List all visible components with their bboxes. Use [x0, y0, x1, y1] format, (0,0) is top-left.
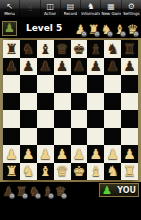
black-pawn: ♟ [39, 59, 52, 73]
square-a3[interactable] [3, 128, 20, 146]
toolbar-button-hand[interactable]: ☝ [20, 0, 40, 17]
white-bishop: ♝ [39, 164, 52, 178]
black-knight: ♞ [22, 42, 35, 56]
black-pawn: ♟ [106, 59, 119, 73]
square-g5[interactable] [104, 93, 121, 111]
square-a2[interactable]: ♟ [3, 145, 20, 163]
white-rook: ♜ [123, 164, 136, 178]
square-f1[interactable]: ♝ [87, 163, 104, 181]
toolbar-label-settings: Settings [123, 11, 139, 16]
white-queen: ♛ [56, 164, 69, 178]
captured-white-knight: ♞0 [100, 20, 113, 37]
white-pawn: ♟ [123, 147, 136, 161]
captured-white-pawn: ♟0 [74, 20, 87, 37]
square-a1[interactable]: ♜ [3, 163, 20, 181]
square-d4[interactable] [54, 110, 71, 128]
toolbar-label-new-game: New Game [101, 11, 120, 16]
toolbar-button-settings[interactable]: ⚙Settings [122, 0, 141, 17]
chess-app-screen: ↖Menu☝◫Action▤Record♞Information▦New Gam… [0, 0, 141, 220]
white-rook: ♜ [5, 164, 18, 178]
toolbar-label-information: Information [81, 11, 100, 16]
captured-black-bishop: ♝0 [41, 182, 54, 199]
square-b3[interactable] [20, 128, 37, 146]
square-c2[interactable]: ♟ [37, 145, 54, 163]
black-pawn: ♟ [5, 59, 18, 73]
split-window-icon: ◫ [46, 2, 54, 11]
black-pawn: ♟ [90, 59, 103, 73]
captured-black-tray: ♟0♜0♞0♝0♛0 [2, 182, 67, 199]
square-f6[interactable] [87, 75, 104, 93]
toolbar-button-menu[interactable]: ↖Menu [0, 0, 20, 17]
black-rook: ♜ [5, 42, 18, 56]
toolbar-button-record[interactable]: ▤Record [61, 0, 81, 17]
square-c5[interactable] [37, 93, 54, 111]
player-pawn-avatar-icon: ♟ [102, 185, 112, 196]
board-grid-icon: ▦ [107, 2, 115, 11]
square-f7[interactable]: ♟ [87, 58, 104, 76]
knight-icon: ♞ [87, 2, 94, 11]
captured-black-queen: ♛0 [54, 182, 67, 199]
square-f8[interactable]: ♝ [87, 40, 104, 58]
gear-icon: ⚙ [128, 2, 135, 11]
square-g8[interactable]: ♞ [104, 40, 121, 58]
square-b1[interactable]: ♞ [20, 163, 37, 181]
white-pawn: ♟ [56, 147, 69, 161]
square-d3[interactable] [54, 128, 71, 146]
square-a6[interactable] [3, 75, 20, 93]
square-a4[interactable] [3, 110, 20, 128]
black-king: ♚ [73, 42, 86, 56]
square-h7[interactable]: ♟ [121, 58, 138, 76]
level-label: Level 5 [26, 23, 62, 33]
square-a5[interactable] [3, 93, 20, 111]
black-rook: ♜ [123, 42, 136, 56]
white-king: ♚ [73, 164, 86, 178]
square-e7[interactable]: ♟ [71, 58, 88, 76]
square-f2[interactable]: ♟ [87, 145, 104, 163]
chess-board: ♜♞♝♛♚♝♞♜♟♟♟♟♟♟♟♟♟♟♟♟♟♟♟♟♜♞♝♛♚♝♞♜ [3, 40, 138, 180]
square-a8[interactable]: ♜ [3, 40, 20, 58]
player-name-label: YOU [117, 186, 136, 195]
captured-white-queen: ♛0 [126, 20, 139, 37]
square-b5[interactable] [20, 93, 37, 111]
square-h1[interactable]: ♜ [121, 163, 138, 181]
opponent-pawn-avatar-icon: ♟ [4, 22, 15, 34]
captured-black-knight: ♞0 [28, 182, 41, 199]
square-c8[interactable]: ♝ [37, 40, 54, 58]
square-c6[interactable] [37, 75, 54, 93]
square-e6[interactable] [71, 75, 88, 93]
white-pawn: ♟ [73, 147, 86, 161]
captured-white-bishop: ♝0 [113, 20, 126, 37]
square-e2[interactable]: ♟ [71, 145, 88, 163]
square-e8[interactable]: ♚ [71, 40, 88, 58]
toolbar-button-action[interactable]: ◫Action [41, 0, 61, 17]
black-pawn: ♟ [22, 59, 35, 73]
opponent-bar: ♟ Level 5 ♟0♜0♞0♝0♛0 [0, 18, 141, 38]
bottom-filler [0, 198, 141, 220]
square-h6[interactable] [121, 75, 138, 93]
white-pawn: ♟ [106, 147, 119, 161]
square-d1[interactable]: ♛ [54, 163, 71, 181]
square-g7[interactable]: ♟ [104, 58, 121, 76]
square-d6[interactable] [54, 75, 71, 93]
captured-white-tray: ♟0♜0♞0♝0♛0 [74, 20, 139, 37]
square-h4[interactable] [121, 110, 138, 128]
toolbar-label-record: Record [64, 11, 78, 16]
toolbar-label-menu: Menu [4, 11, 15, 16]
opponent-avatar: ♟ [2, 21, 17, 36]
square-e3[interactable] [71, 128, 88, 146]
captured-white-rook: ♜0 [87, 20, 100, 37]
white-knight: ♞ [22, 164, 35, 178]
square-h5[interactable] [121, 93, 138, 111]
square-h2[interactable]: ♟ [121, 145, 138, 163]
hand-icon: ☝ [27, 4, 32, 13]
square-c4[interactable] [37, 110, 54, 128]
square-f5[interactable] [87, 93, 104, 111]
square-h8[interactable]: ♜ [121, 40, 138, 58]
white-pawn: ♟ [90, 147, 103, 161]
square-e5[interactable] [71, 93, 88, 111]
square-f3[interactable] [87, 128, 104, 146]
black-pawn: ♟ [56, 59, 69, 73]
square-f4[interactable] [87, 110, 104, 128]
square-b4[interactable] [20, 110, 37, 128]
black-pawn: ♟ [123, 59, 136, 73]
square-c3[interactable] [37, 128, 54, 146]
square-e4[interactable] [71, 110, 88, 128]
white-pawn: ♟ [22, 147, 35, 161]
square-b8[interactable]: ♞ [20, 40, 37, 58]
board-frame: ♜♞♝♛♚♝♞♜♟♟♟♟♟♟♟♟♟♟♟♟♟♟♟♟♜♞♝♛♚♝♞♜ [0, 38, 141, 182]
square-c1[interactable]: ♝ [37, 163, 54, 181]
black-pawn: ♟ [73, 59, 86, 73]
square-g6[interactable] [104, 75, 121, 93]
square-d8[interactable]: ♛ [54, 40, 71, 58]
black-bishop: ♝ [39, 42, 52, 56]
square-d7[interactable]: ♟ [54, 58, 71, 76]
capture-count-badge: 0 [61, 193, 67, 199]
capture-count-badge: 0 [133, 31, 139, 37]
square-g3[interactable] [104, 128, 121, 146]
square-b7[interactable]: ♟ [20, 58, 37, 76]
square-g4[interactable] [104, 110, 121, 128]
black-bishop: ♝ [90, 42, 103, 56]
black-queen: ♛ [56, 42, 69, 56]
white-pawn: ♟ [39, 147, 52, 161]
square-g2[interactable]: ♟ [104, 145, 121, 163]
square-c7[interactable]: ♟ [37, 58, 54, 76]
white-knight: ♞ [106, 164, 119, 178]
white-pawn: ♟ [5, 147, 18, 161]
square-d5[interactable] [54, 93, 71, 111]
square-h3[interactable] [121, 128, 138, 146]
top-toolbar: ↖Menu☝◫Action▤Record♞Information▦New Gam… [0, 0, 141, 18]
toolbar-button-information[interactable]: ♞Information [81, 0, 101, 17]
toolbar-button-new-game[interactable]: ▦New Game [101, 0, 121, 17]
player-panel: ♟ YOU [99, 183, 139, 197]
captured-black-rook: ♜0 [15, 182, 28, 199]
square-e1[interactable]: ♚ [71, 163, 88, 181]
square-g1[interactable]: ♞ [104, 163, 121, 181]
player-bar: ♟0♜0♞0♝0♛0 ♟ YOU [0, 182, 141, 198]
square-a7[interactable]: ♟ [3, 58, 20, 76]
captured-black-pawn: ♟0 [2, 182, 15, 199]
white-bishop: ♝ [90, 164, 103, 178]
square-d2[interactable]: ♟ [54, 145, 71, 163]
cursor-arrow-icon: ↖ [6, 2, 13, 11]
toolbar-label-action: Action [44, 11, 57, 16]
document-icon: ▤ [67, 2, 75, 11]
square-b2[interactable]: ♟ [20, 145, 37, 163]
black-knight: ♞ [106, 42, 119, 56]
square-b6[interactable] [20, 75, 37, 93]
